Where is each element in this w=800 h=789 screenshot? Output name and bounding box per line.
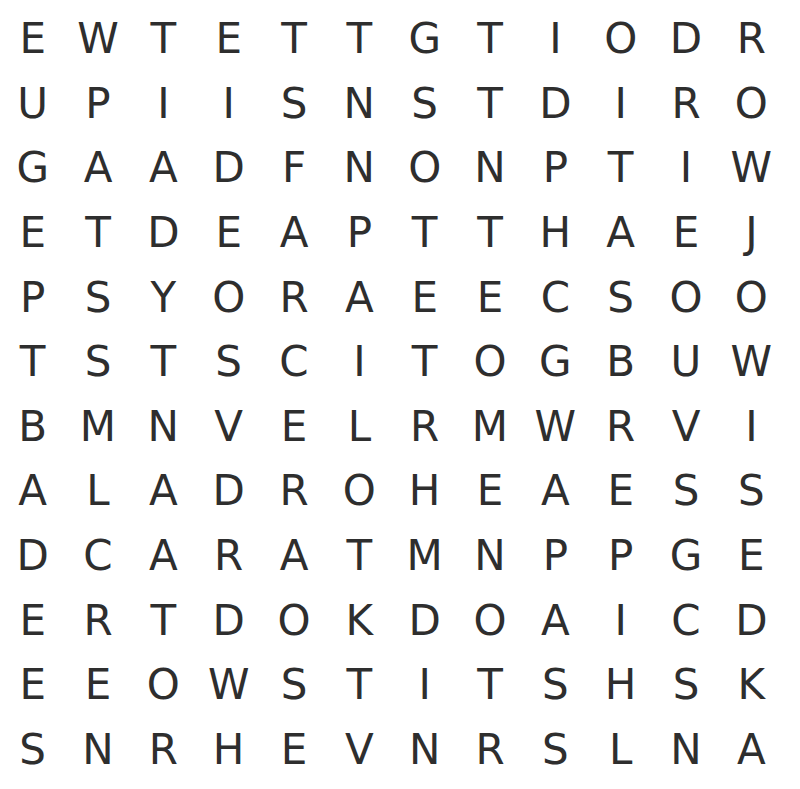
grid-cell-r8c4[interactable]: D: [196, 459, 261, 524]
grid-cell-r8c6[interactable]: O: [327, 459, 392, 524]
grid-cell-r1c1[interactable]: E: [0, 7, 65, 72]
grid-cell-r8c11[interactable]: S: [653, 459, 718, 524]
word-search-grid: EWTETTGTIODRUPIISNSTDIROGAADFNONPTIWETDE…: [0, 7, 784, 782]
grid-cell-r7c12[interactable]: I: [719, 395, 784, 460]
grid-cell-r11c8[interactable]: T: [457, 653, 522, 718]
grid-cell-r6c7[interactable]: T: [392, 330, 457, 395]
grid-cell-r12c5[interactable]: E: [261, 717, 326, 782]
grid-cell-r6c8[interactable]: O: [457, 330, 522, 395]
grid-cell-r6c12[interactable]: W: [719, 330, 784, 395]
grid-cell-r4c9[interactable]: H: [523, 201, 588, 266]
grid-cell-r7c5[interactable]: E: [261, 395, 326, 460]
grid-cell-r9c8[interactable]: N: [457, 524, 522, 589]
grid-cell-r6c10[interactable]: B: [588, 330, 653, 395]
grid-cell-r7c11[interactable]: V: [653, 395, 718, 460]
grid-cell-r5c11[interactable]: O: [653, 265, 718, 330]
grid-cell-r2c9[interactable]: D: [523, 72, 588, 137]
grid-cell-r11c12[interactable]: K: [719, 653, 784, 718]
grid-cell-r10c12[interactable]: D: [719, 588, 784, 653]
grid-cell-r10c10[interactable]: I: [588, 588, 653, 653]
grid-cell-r6c9[interactable]: G: [523, 330, 588, 395]
grid-cell-r11c7[interactable]: I: [392, 653, 457, 718]
grid-cell-r3c10[interactable]: T: [588, 136, 653, 201]
grid-cell-r6c2[interactable]: S: [65, 330, 130, 395]
grid-cell-r10c6[interactable]: K: [327, 588, 392, 653]
grid-cell-r4c8[interactable]: T: [457, 201, 522, 266]
grid-cell-r12c12[interactable]: A: [719, 717, 784, 782]
grid-cell-r3c5[interactable]: F: [261, 136, 326, 201]
grid-cell-r10c4[interactable]: D: [196, 588, 261, 653]
grid-cell-r7c9[interactable]: W: [523, 395, 588, 460]
grid-cell-r8c5[interactable]: R: [261, 459, 326, 524]
grid-cell-r4c2[interactable]: T: [65, 201, 130, 266]
grid-cell-r5c5[interactable]: R: [261, 265, 326, 330]
grid-cell-r1c2[interactable]: W: [65, 7, 130, 72]
grid-cell-r7c4[interactable]: V: [196, 395, 261, 460]
grid-cell-r11c6[interactable]: T: [327, 653, 392, 718]
grid-cell-r3c6[interactable]: N: [327, 136, 392, 201]
grid-cell-r2c5[interactable]: S: [261, 72, 326, 137]
grid-cell-r5c2[interactable]: S: [65, 265, 130, 330]
grid-cell-r11c4[interactable]: W: [196, 653, 261, 718]
grid-cell-r9c5[interactable]: A: [261, 524, 326, 589]
grid-cell-r5c6[interactable]: A: [327, 265, 392, 330]
grid-cell-r5c4[interactable]: O: [196, 265, 261, 330]
grid-cell-r12c11[interactable]: N: [653, 717, 718, 782]
grid-cell-r6c3[interactable]: T: [131, 330, 196, 395]
grid-cell-r1c12[interactable]: R: [719, 7, 784, 72]
grid-cell-r11c11[interactable]: S: [653, 653, 718, 718]
grid-cell-r3c8[interactable]: N: [457, 136, 522, 201]
grid-cell-r4c6[interactable]: P: [327, 201, 392, 266]
grid-cell-r11c10[interactable]: H: [588, 653, 653, 718]
grid-cell-r2c3[interactable]: I: [131, 72, 196, 137]
grid-cell-r7c6[interactable]: L: [327, 395, 392, 460]
grid-cell-r5c7[interactable]: E: [392, 265, 457, 330]
grid-cell-r12c7[interactable]: N: [392, 717, 457, 782]
grid-cell-r6c6[interactable]: I: [327, 330, 392, 395]
grid-cell-r2c6[interactable]: N: [327, 72, 392, 137]
grid-cell-r1c3[interactable]: T: [131, 7, 196, 72]
grid-cell-r3c9[interactable]: P: [523, 136, 588, 201]
grid-cell-r8c12[interactable]: S: [719, 459, 784, 524]
grid-cell-r9c9[interactable]: P: [523, 524, 588, 589]
grid-cell-r12c4[interactable]: H: [196, 717, 261, 782]
grid-cell-r11c5[interactable]: S: [261, 653, 326, 718]
grid-cell-r3c2[interactable]: A: [65, 136, 130, 201]
grid-cell-r8c1[interactable]: A: [0, 459, 65, 524]
grid-cell-r7c8[interactable]: M: [457, 395, 522, 460]
grid-cell-r1c8[interactable]: T: [457, 7, 522, 72]
grid-cell-r2c4[interactable]: I: [196, 72, 261, 137]
grid-cell-r8c3[interactable]: A: [131, 459, 196, 524]
grid-cell-r9c12[interactable]: E: [719, 524, 784, 589]
grid-cell-r9c1[interactable]: D: [0, 524, 65, 589]
grid-cell-r10c3[interactable]: T: [131, 588, 196, 653]
grid-cell-r9c4[interactable]: R: [196, 524, 261, 589]
grid-cell-r1c10[interactable]: O: [588, 7, 653, 72]
grid-cell-r10c2[interactable]: R: [65, 588, 130, 653]
grid-cell-r12c8[interactable]: R: [457, 717, 522, 782]
grid-cell-r8c8[interactable]: E: [457, 459, 522, 524]
grid-cell-r1c7[interactable]: G: [392, 7, 457, 72]
grid-cell-r9c11[interactable]: G: [653, 524, 718, 589]
grid-cell-r2c11[interactable]: R: [653, 72, 718, 137]
grid-cell-r11c9[interactable]: S: [523, 653, 588, 718]
grid-cell-r9c3[interactable]: A: [131, 524, 196, 589]
grid-cell-r5c12[interactable]: O: [719, 265, 784, 330]
grid-cell-r7c1[interactable]: B: [0, 395, 65, 460]
grid-cell-r3c1[interactable]: G: [0, 136, 65, 201]
grid-cell-r4c4[interactable]: E: [196, 201, 261, 266]
grid-cell-r3c11[interactable]: I: [653, 136, 718, 201]
grid-cell-r8c9[interactable]: A: [523, 459, 588, 524]
grid-cell-r4c12[interactable]: J: [719, 201, 784, 266]
grid-cell-r9c2[interactable]: C: [65, 524, 130, 589]
grid-cell-r6c4[interactable]: S: [196, 330, 261, 395]
grid-cell-r6c1[interactable]: T: [0, 330, 65, 395]
grid-cell-r12c10[interactable]: L: [588, 717, 653, 782]
grid-cell-r5c1[interactable]: P: [0, 265, 65, 330]
grid-cell-r7c3[interactable]: N: [131, 395, 196, 460]
grid-cell-r3c3[interactable]: A: [131, 136, 196, 201]
grid-cell-r2c7[interactable]: S: [392, 72, 457, 137]
grid-cell-r4c7[interactable]: T: [392, 201, 457, 266]
grid-cell-r3c4[interactable]: D: [196, 136, 261, 201]
grid-cell-r6c5[interactable]: C: [261, 330, 326, 395]
grid-cell-r12c9[interactable]: S: [523, 717, 588, 782]
grid-cell-r10c9[interactable]: A: [523, 588, 588, 653]
grid-cell-r1c11[interactable]: D: [653, 7, 718, 72]
grid-cell-r4c3[interactable]: D: [131, 201, 196, 266]
grid-cell-r2c8[interactable]: T: [457, 72, 522, 137]
grid-cell-r11c3[interactable]: O: [131, 653, 196, 718]
grid-cell-r4c5[interactable]: A: [261, 201, 326, 266]
grid-cell-r4c11[interactable]: E: [653, 201, 718, 266]
grid-cell-r10c8[interactable]: O: [457, 588, 522, 653]
grid-cell-r1c9[interactable]: I: [523, 7, 588, 72]
grid-cell-r10c5[interactable]: O: [261, 588, 326, 653]
grid-cell-r12c6[interactable]: V: [327, 717, 392, 782]
grid-cell-r3c12[interactable]: W: [719, 136, 784, 201]
grid-cell-r8c2[interactable]: L: [65, 459, 130, 524]
grid-cell-r1c6[interactable]: T: [327, 7, 392, 72]
grid-cell-r4c10[interactable]: A: [588, 201, 653, 266]
grid-cell-r11c1[interactable]: E: [0, 653, 65, 718]
grid-cell-r5c3[interactable]: Y: [131, 265, 196, 330]
grid-cell-r10c11[interactable]: C: [653, 588, 718, 653]
grid-cell-r5c9[interactable]: C: [523, 265, 588, 330]
grid-cell-r7c7[interactable]: R: [392, 395, 457, 460]
grid-cell-r10c1[interactable]: E: [0, 588, 65, 653]
grid-cell-r9c7[interactable]: M: [392, 524, 457, 589]
grid-cell-r2c1[interactable]: U: [0, 72, 65, 137]
grid-cell-r12c2[interactable]: N: [65, 717, 130, 782]
grid-cell-r10c7[interactable]: D: [392, 588, 457, 653]
grid-cell-r7c2[interactable]: M: [65, 395, 130, 460]
grid-cell-r1c4[interactable]: E: [196, 7, 261, 72]
grid-cell-r8c10[interactable]: E: [588, 459, 653, 524]
grid-cell-r12c1[interactable]: S: [0, 717, 65, 782]
grid-cell-r2c10[interactable]: I: [588, 72, 653, 137]
grid-cell-r2c2[interactable]: P: [65, 72, 130, 137]
grid-cell-r8c7[interactable]: H: [392, 459, 457, 524]
grid-cell-r6c11[interactable]: U: [653, 330, 718, 395]
grid-cell-r7c10[interactable]: R: [588, 395, 653, 460]
grid-cell-r3c7[interactable]: O: [392, 136, 457, 201]
grid-cell-r9c6[interactable]: T: [327, 524, 392, 589]
grid-cell-r5c10[interactable]: S: [588, 265, 653, 330]
grid-cell-r12c3[interactable]: R: [131, 717, 196, 782]
grid-cell-r4c1[interactable]: E: [0, 201, 65, 266]
grid-cell-r1c5[interactable]: T: [261, 7, 326, 72]
grid-cell-r2c12[interactable]: O: [719, 72, 784, 137]
grid-cell-r5c8[interactable]: E: [457, 265, 522, 330]
grid-cell-r11c2[interactable]: E: [65, 653, 130, 718]
grid-cell-r9c10[interactable]: P: [588, 524, 653, 589]
